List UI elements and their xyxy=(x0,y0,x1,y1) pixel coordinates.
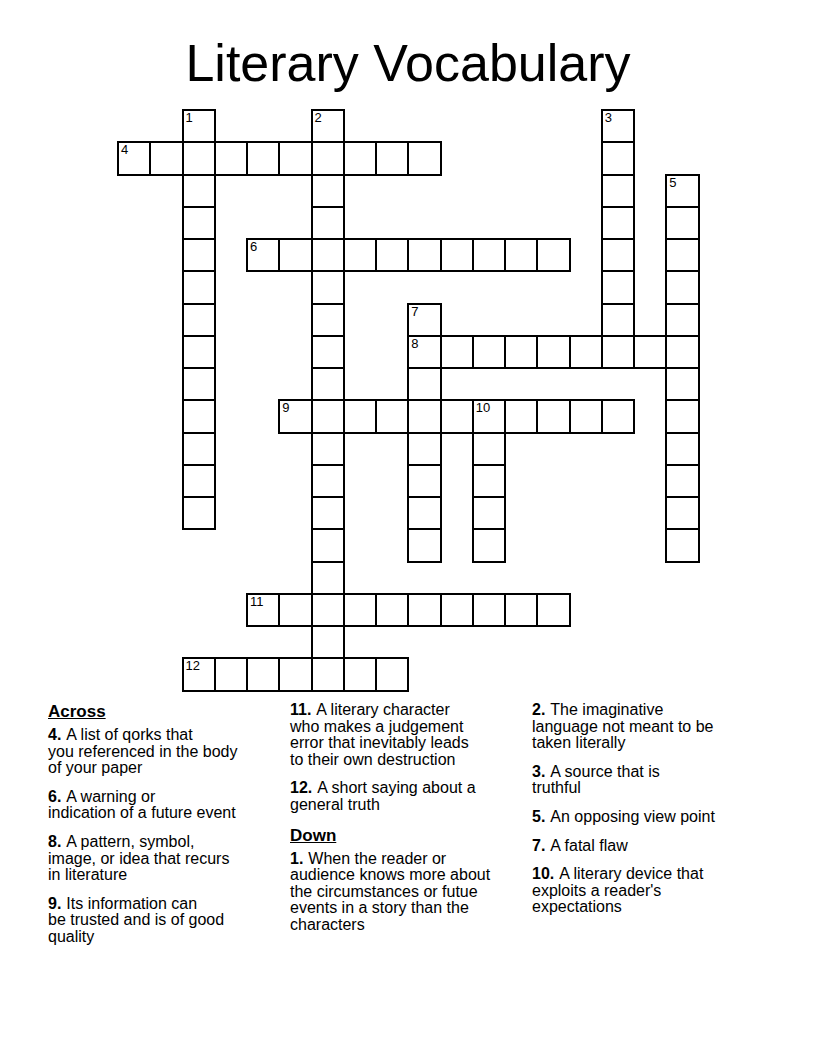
grid-cell[interactable]: 10 xyxy=(472,399,506,433)
clue: 9.Its information can be trusted and is … xyxy=(48,896,292,946)
grid-cell[interactable] xyxy=(601,335,635,369)
grid-cell[interactable] xyxy=(504,335,538,369)
grid-cell[interactable] xyxy=(440,593,474,627)
grid-cell[interactable] xyxy=(569,399,603,433)
clue-number: 3. xyxy=(532,763,545,780)
grid-cell[interactable] xyxy=(182,335,216,369)
grid-cell[interactable] xyxy=(311,367,345,401)
grid-cell[interactable] xyxy=(569,335,603,369)
cell-number: 8 xyxy=(411,337,418,351)
grid-cell[interactable] xyxy=(536,399,570,433)
grid-cell[interactable] xyxy=(407,464,441,498)
grid-cell[interactable] xyxy=(182,432,216,466)
grid-cell[interactable] xyxy=(536,335,570,369)
grid-cell[interactable] xyxy=(601,174,635,208)
grid-cell[interactable] xyxy=(407,528,441,562)
grid-cell[interactable] xyxy=(440,238,474,272)
grid-cell[interactable] xyxy=(601,399,635,433)
grid-cell[interactable] xyxy=(665,303,699,337)
grid-cell[interactable] xyxy=(472,464,506,498)
grid-cell[interactable] xyxy=(182,367,216,401)
grid-cell[interactable] xyxy=(311,270,345,304)
clue-number: 7. xyxy=(532,837,545,854)
grid-cell[interactable] xyxy=(472,528,506,562)
clue: 8.A pattern, symbol, image, or idea that… xyxy=(48,834,292,884)
clue-number: 4. xyxy=(48,726,61,743)
grid-cell[interactable] xyxy=(472,335,506,369)
clue-column: Across4.A list of qorks that you referen… xyxy=(48,702,292,958)
cell-number: 2 xyxy=(315,111,322,125)
grid-cell[interactable] xyxy=(504,399,538,433)
grid-cell[interactable] xyxy=(665,464,699,498)
grid-cell[interactable] xyxy=(343,141,377,175)
grid-cell[interactable] xyxy=(311,496,345,530)
grid-cell[interactable] xyxy=(375,141,409,175)
grid-cell[interactable]: 12 xyxy=(182,657,216,691)
grid-cell[interactable] xyxy=(311,625,345,659)
grid-cell[interactable] xyxy=(536,238,570,272)
clue-number: 10. xyxy=(532,865,554,882)
clue: 7.A fatal flaw xyxy=(532,838,776,855)
clue-number: 1. xyxy=(290,850,303,867)
grid-cell[interactable] xyxy=(311,593,345,627)
grid-cell[interactable] xyxy=(375,238,409,272)
grid-cell[interactable] xyxy=(311,464,345,498)
cell-number: 11 xyxy=(250,595,264,609)
grid-cell[interactable] xyxy=(311,206,345,240)
grid-cell[interactable] xyxy=(536,593,570,627)
clue-number: 12. xyxy=(290,779,312,796)
clue-text: A fatal flaw xyxy=(550,837,627,854)
clue-number: 11. xyxy=(290,701,311,718)
grid-cell[interactable]: 9 xyxy=(278,399,312,433)
grid-cell[interactable] xyxy=(182,270,216,304)
grid-cell[interactable] xyxy=(182,464,216,498)
clue: 3.A source that is truthful xyxy=(532,764,776,797)
grid-cell[interactable]: 2 xyxy=(311,109,345,143)
grid-cell[interactable] xyxy=(278,657,312,691)
cell-number: 7 xyxy=(411,305,418,319)
grid-cell[interactable] xyxy=(504,238,538,272)
crossword-grid: 123456789101112 xyxy=(118,110,699,691)
grid-cell[interactable] xyxy=(665,335,699,369)
clue-text: A literary device that exploits a reader… xyxy=(532,865,703,915)
clue: 5.An opposing view point xyxy=(532,809,776,826)
grid-cell[interactable] xyxy=(182,496,216,530)
grid-cell[interactable] xyxy=(311,174,345,208)
clue-column: 2.The imaginative language not meant to … xyxy=(532,702,776,928)
grid-cell[interactable] xyxy=(665,432,699,466)
grid-cell[interactable] xyxy=(311,399,345,433)
grid-cell[interactable] xyxy=(601,141,635,175)
grid-cell[interactable]: 5 xyxy=(665,174,699,208)
grid-cell[interactable] xyxy=(407,432,441,466)
grid-cell[interactable] xyxy=(311,528,345,562)
grid-cell[interactable] xyxy=(343,399,377,433)
clue-text: Its information can be trusted and is of… xyxy=(48,895,224,945)
clue-text: A pattern, symbol, image, or idea that r… xyxy=(48,833,229,883)
grid-cell[interactable] xyxy=(407,496,441,530)
grid-cell[interactable] xyxy=(472,496,506,530)
grid-cell[interactable]: 6 xyxy=(246,238,280,272)
clue: 4.A list of qorks that you referenced in… xyxy=(48,727,292,777)
grid-cell[interactable] xyxy=(278,141,312,175)
grid-cell[interactable] xyxy=(665,206,699,240)
grid-cell[interactable]: 11 xyxy=(246,593,280,627)
clue-number: 5. xyxy=(532,808,545,825)
grid-cell[interactable] xyxy=(375,593,409,627)
grid-cell[interactable] xyxy=(665,270,699,304)
grid-cell[interactable] xyxy=(407,399,441,433)
grid-cell[interactable] xyxy=(504,593,538,627)
grid-cell[interactable] xyxy=(407,238,441,272)
grid-cell[interactable] xyxy=(343,593,377,627)
cell-number: 10 xyxy=(476,401,490,415)
grid-cell[interactable] xyxy=(440,399,474,433)
clue-column: 11.A literary character who makes a judg… xyxy=(290,702,534,946)
grid-cell[interactable] xyxy=(278,593,312,627)
cell-number: 4 xyxy=(121,143,128,157)
grid-cell[interactable] xyxy=(311,561,345,595)
across-clues-header: Across xyxy=(48,702,292,721)
grid-cell[interactable] xyxy=(665,528,699,562)
clue: 2.The imaginative language not meant to … xyxy=(532,702,776,752)
clue: 1.When the reader or audience knows more… xyxy=(290,851,534,934)
grid-cell[interactable] xyxy=(665,238,699,272)
grid-cell[interactable] xyxy=(214,141,248,175)
grid-cell[interactable]: 1 xyxy=(182,109,216,143)
grid-cell[interactable]: 3 xyxy=(601,109,635,143)
grid-cell[interactable] xyxy=(311,335,345,369)
clue-number: 9. xyxy=(48,895,61,912)
grid-cell[interactable] xyxy=(601,238,635,272)
grid-cell[interactable] xyxy=(665,367,699,401)
grid-cell[interactable] xyxy=(214,657,248,691)
clue-text: A literary character who makes a judgeme… xyxy=(290,701,469,768)
clue-text: A short saying about a general truth xyxy=(290,779,476,813)
grid-cell[interactable]: 7 xyxy=(407,303,441,337)
grid-cell[interactable] xyxy=(633,335,667,369)
cell-number: 5 xyxy=(669,176,676,190)
grid-cell[interactable] xyxy=(246,657,280,691)
clue-number: 8. xyxy=(48,833,61,850)
grid-cell[interactable]: 4 xyxy=(117,141,151,175)
cell-number: 1 xyxy=(186,111,193,125)
cell-number: 6 xyxy=(250,240,257,254)
grid-cell[interactable] xyxy=(601,303,635,337)
clue-text: The imaginative language not meant to be… xyxy=(532,701,713,751)
grid-cell[interactable] xyxy=(311,303,345,337)
down-clues-header: Down xyxy=(290,826,534,845)
grid-cell[interactable] xyxy=(407,141,441,175)
clue-text: A source that is truthful xyxy=(532,763,660,797)
grid-cell[interactable] xyxy=(665,399,699,433)
grid-cell[interactable] xyxy=(407,593,441,627)
clue: 11.A literary character who makes a judg… xyxy=(290,702,534,768)
grid-cell[interactable] xyxy=(246,141,280,175)
grid-cell[interactable] xyxy=(311,657,345,691)
clue: 10.A literary device that exploits a rea… xyxy=(532,866,776,916)
grid-cell[interactable] xyxy=(472,238,506,272)
grid-cell[interactable] xyxy=(149,141,183,175)
grid-cell[interactable] xyxy=(182,303,216,337)
grid-cell[interactable] xyxy=(375,399,409,433)
grid-cell[interactable] xyxy=(665,496,699,530)
grid-cell[interactable] xyxy=(278,238,312,272)
cell-number: 12 xyxy=(186,659,200,673)
grid-cell[interactable] xyxy=(472,593,506,627)
grid-cell[interactable] xyxy=(182,141,216,175)
grid-cell[interactable] xyxy=(182,206,216,240)
grid-cell[interactable] xyxy=(407,367,441,401)
grid-cell[interactable] xyxy=(182,399,216,433)
grid-cell[interactable] xyxy=(182,174,216,208)
cell-number: 9 xyxy=(282,401,289,415)
grid-cell[interactable] xyxy=(440,335,474,369)
grid-cell[interactable]: 8 xyxy=(407,335,441,369)
clue: 6.A warning or indication of a future ev… xyxy=(48,789,292,822)
cell-number: 3 xyxy=(605,111,612,125)
worksheet-page: Literary Vocabulary 123456789101112 Acro… xyxy=(0,0,816,1056)
grid-cell[interactable] xyxy=(311,432,345,466)
clue-text: When the reader or audience knows more a… xyxy=(290,850,490,933)
puzzle-title: Literary Vocabulary xyxy=(0,34,816,92)
grid-cell[interactable] xyxy=(182,238,216,272)
clue-number: 6. xyxy=(48,788,61,805)
grid-cell[interactable] xyxy=(343,238,377,272)
grid-cell[interactable] xyxy=(601,270,635,304)
grid-cell[interactable] xyxy=(375,657,409,691)
grid-cell[interactable] xyxy=(601,206,635,240)
clue-text: A list of qorks that you referenced in t… xyxy=(48,726,237,776)
grid-cell[interactable] xyxy=(311,238,345,272)
clue-text: An opposing view point xyxy=(550,808,715,825)
grid-cell[interactable] xyxy=(472,432,506,466)
clue: 12.A short saying about a general truth xyxy=(290,780,534,813)
grid-cell[interactable] xyxy=(311,141,345,175)
grid-cell[interactable] xyxy=(343,657,377,691)
clue-text: A warning or indication of a future even… xyxy=(48,788,236,822)
clue-number: 2. xyxy=(532,701,545,718)
